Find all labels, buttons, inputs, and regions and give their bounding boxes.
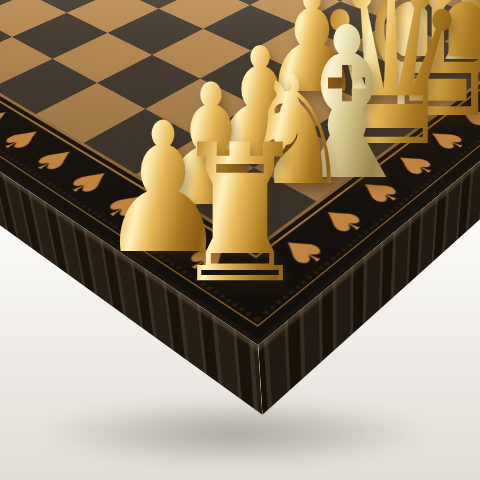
square (0, 16, 11, 63)
square (200, 50, 302, 103)
chess-board: ♠♠♠♠♠♠♠♠♠♠♠♠ ♠♠♠♠♠♠♠♠♠♠♠♠ ♠♠♠♠♠♠♠♠♠♠♠♠ ♠… (0, 0, 480, 345)
light-glare (0, 0, 480, 250)
square (159, 0, 250, 29)
square (303, 46, 404, 99)
palmette-leaf-icon: ♠ (383, 146, 447, 184)
square (348, 21, 444, 69)
square (11, 12, 108, 59)
palmette-leaf-icon: ♠ (92, 185, 161, 228)
square (297, 1, 390, 46)
square (309, 99, 419, 162)
palmette-leaf-icon: ♠ (172, 233, 244, 282)
palmette-leaf-icon: ♠ (476, 80, 480, 111)
square (36, 83, 145, 143)
palmette-leaf-icon: ♠ (267, 229, 339, 276)
square (254, 132, 370, 202)
square (0, 0, 67, 37)
square (203, 5, 297, 50)
square (136, 137, 254, 208)
palmette-leaf-icon: ♠ (0, 103, 21, 137)
square (251, 25, 348, 74)
palmette-leaf-icon: ♠ (447, 101, 480, 134)
square (0, 37, 53, 88)
square (197, 104, 309, 168)
palmette-leaf-icon: ♠ (0, 122, 53, 158)
square (145, 78, 252, 137)
palmette-leaf-icon: ♠ (131, 208, 202, 254)
square (340, 0, 429, 21)
chess-case: ♠♠♠♠♠♠♠♠♠♠♠♠ ♠♠♠♠♠♠♠♠♠♠♠♠ ♠♠♠♠♠♠♠♠♠♠♠♠ ♠… (0, 0, 480, 345)
board-3d-stage: ♠♠♠♠♠♠♠♠♠♠♠♠ ♠♠♠♠♠♠♠♠♠♠♠♠ ♠♠♠♠♠♠♠♠♠♠♠♠ ♠… (0, 0, 480, 480)
square (67, 0, 159, 33)
square (390, 0, 480, 42)
board-squares (0, 0, 480, 250)
square (252, 74, 358, 132)
square (193, 168, 316, 246)
square (108, 9, 203, 55)
palmette-leaf-icon: ♠ (56, 162, 123, 202)
square (97, 55, 201, 109)
square (53, 33, 153, 83)
palmette-leaf-icon: ♠ (309, 199, 378, 243)
square (358, 69, 462, 126)
square (0, 59, 97, 114)
palmette-leaf-icon: ♠ (22, 142, 87, 180)
square (153, 29, 252, 79)
square (444, 17, 480, 64)
palmette-leaf-icon: ♠ (416, 123, 478, 158)
square (84, 109, 198, 174)
palmette-leaf-icon: ♠ (347, 172, 413, 213)
product-photo-scene: ♠♠♠♠♠♠♠♠♠♠♠♠ ♠♠♠♠♠♠♠♠♠♠♠♠ ♠♠♠♠♠♠♠♠♠♠♠♠ ♠… (0, 0, 480, 480)
square (250, 0, 340, 25)
square (403, 42, 480, 94)
